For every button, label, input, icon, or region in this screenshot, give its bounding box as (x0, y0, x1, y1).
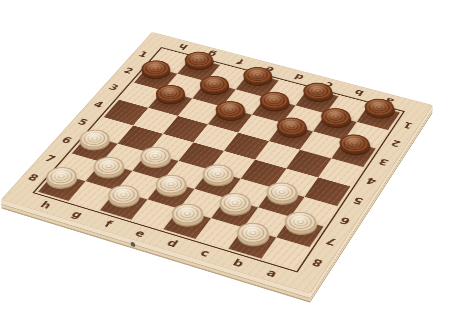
coord-left-6: 6 (52, 132, 82, 149)
stage: hgfedcbahgfedcba1234567812345678 (0, 0, 450, 336)
board-face: hgfedcbahgfedcba1234567812345678 (1, 32, 433, 294)
square-c3[interactable] (269, 123, 313, 150)
checkers-board: hgfedcbahgfedcba1234567812345678 (1, 32, 433, 294)
square-f8[interactable] (100, 190, 148, 219)
hinge-screw (131, 242, 135, 247)
square-g3[interactable] (148, 91, 192, 116)
